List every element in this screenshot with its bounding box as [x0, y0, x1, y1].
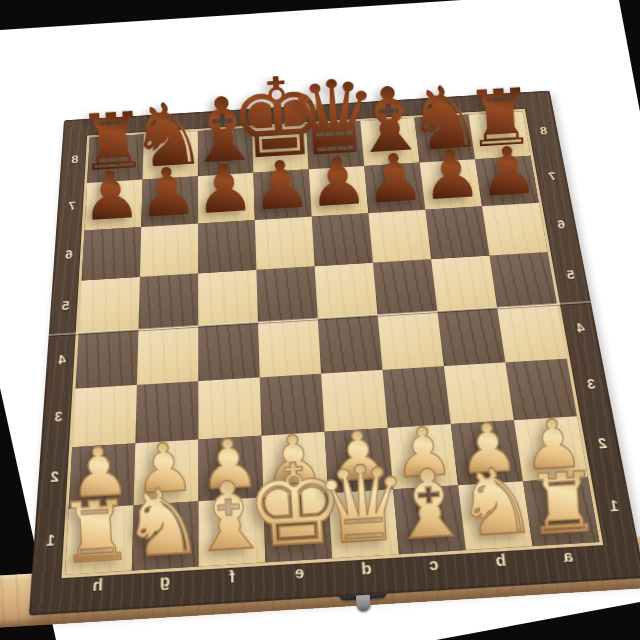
- rank-label-left: 5: [57, 298, 74, 313]
- square-b6: [425, 206, 489, 259]
- black-pawn: ♟: [136, 159, 199, 226]
- black-pawn: ♟: [363, 145, 426, 212]
- product-photo: ♜♞♝♚♛♝♞♜♟♟♟♟♟♟♟♟♟♟♟♟♟♟♟♟♜♞♝♚♛♝♞♜ 8765432…: [0, 0, 640, 640]
- file-label: d: [357, 558, 376, 578]
- rank-label-right: 7: [543, 170, 560, 183]
- square-h6: [82, 227, 142, 280]
- rank-label-left: 3: [50, 408, 68, 425]
- square-d6: [312, 213, 373, 266]
- square-e6: [255, 217, 315, 270]
- square-g7: ♟: [141, 176, 198, 227]
- rank-label-left: 1: [41, 531, 60, 550]
- file-label: a: [557, 546, 578, 566]
- square-f4: [198, 322, 259, 381]
- rank-label-left: 4: [54, 352, 71, 368]
- white-rook: ♜: [524, 461, 603, 544]
- chess-board-grid: ♜♞♝♚♛♝♞♜♟♟♟♟♟♟♟♟♟♟♟♟♟♟♟♟♜♞♝♚♛♝♞♜: [65, 111, 599, 575]
- square-h1: ♜: [65, 505, 134, 574]
- black-pawn: ♟: [193, 155, 256, 222]
- square-a5: [489, 252, 557, 308]
- file-label: b: [491, 550, 511, 570]
- file-label: f: [223, 566, 241, 586]
- rank-label-left: 6: [61, 247, 77, 261]
- rank-label-right: 3: [581, 376, 600, 392]
- square-e7: ♟: [253, 169, 311, 220]
- white-queen: ♛: [313, 452, 413, 557]
- square-c7: ♟: [364, 163, 425, 214]
- square-d5: [315, 263, 378, 319]
- square-f7: ♟: [198, 173, 255, 224]
- square-a6: [482, 203, 548, 256]
- rank-label-left: 2: [46, 468, 64, 486]
- square-b1: ♞: [458, 481, 533, 550]
- black-pawn: ♟: [250, 152, 313, 219]
- square-a4: [497, 304, 567, 362]
- square-c4: [378, 311, 444, 370]
- square-a7: ♟: [475, 156, 539, 206]
- file-label: g: [156, 570, 174, 590]
- rank-label-left: 7: [64, 199, 80, 213]
- black-pawn: ♟: [477, 138, 540, 205]
- square-d7: ♟: [309, 166, 369, 217]
- square-b7: ♟: [420, 159, 482, 209]
- rank-label-right: 8: [535, 124, 552, 137]
- square-e4: [258, 319, 321, 378]
- rank-label-right: 6: [552, 217, 570, 231]
- square-f6: [198, 220, 256, 273]
- square-h7: ♟: [84, 180, 142, 231]
- square-g4: [137, 326, 198, 385]
- black-pawn: ♟: [420, 142, 483, 209]
- chess-board-3d: ♜♞♝♚♛♝♞♜♟♟♟♟♟♟♟♟♟♟♟♟♟♟♟♟♜♞♝♚♛♝♞♜ 8765432…: [29, 91, 640, 616]
- rank-label-right: 5: [561, 267, 579, 282]
- square-c5: [373, 259, 437, 315]
- square-e5: [256, 266, 317, 322]
- rank-label-right: 1: [604, 497, 625, 515]
- square-g1: ♞: [132, 501, 199, 570]
- square-b4: [437, 308, 505, 367]
- file-label: e: [290, 562, 309, 582]
- white-rook: ♜: [57, 490, 136, 573]
- square-g5: [138, 273, 198, 329]
- black-pawn: ♟: [79, 162, 142, 229]
- square-d4: [318, 315, 383, 374]
- black-pawn: ♟: [306, 149, 369, 216]
- square-h5: [79, 277, 140, 333]
- square-g6: [140, 224, 198, 277]
- chess-board-rotator: ♜♞♝♚♛♝♞♜♟♟♟♟♟♟♟♟♟♟♟♟♟♟♟♟♜♞♝♚♛♝♞♜ 8765432…: [32, 36, 608, 608]
- square-c6: [368, 210, 431, 263]
- square-f5: [198, 270, 258, 326]
- rank-label-right: 2: [592, 435, 612, 452]
- file-label: h: [89, 574, 108, 594]
- square-a1: ♜: [523, 477, 599, 546]
- rank-label-right: 4: [571, 320, 590, 336]
- square-b5: [431, 256, 497, 312]
- file-label: c: [424, 554, 444, 574]
- square-h4: [76, 330, 139, 389]
- board-frame: ♜♞♝♚♛♝♞♜♟♟♟♟♟♟♟♟♟♟♟♟♟♟♟♟♜♞♝♚♛♝♞♜ 8765432…: [29, 91, 640, 616]
- square-d1: ♛: [328, 489, 399, 558]
